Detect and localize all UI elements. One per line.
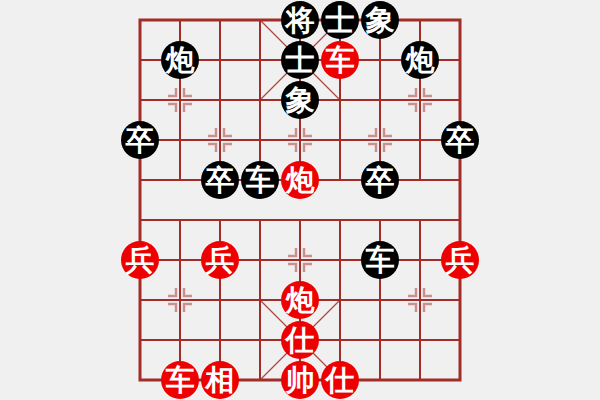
piece-red-chariot[interactable]: 车 bbox=[161, 361, 199, 399]
piece-black-elephant[interactable]: 象 bbox=[281, 81, 319, 119]
xiangqi-board-grid[interactable]: 将士象炮士车炮象卒卒卒车炮卒兵兵车兵炮仕车相帅仕 bbox=[120, 0, 480, 400]
piece-red-elephant[interactable]: 相 bbox=[201, 361, 239, 399]
piece-black-advisor[interactable]: 士 bbox=[321, 1, 359, 39]
piece-red-advisor[interactable]: 仕 bbox=[281, 321, 319, 359]
piece-black-elephant[interactable]: 象 bbox=[361, 1, 399, 39]
piece-black-chariot[interactable]: 车 bbox=[361, 241, 399, 279]
piece-black-cannon[interactable]: 炮 bbox=[401, 41, 439, 79]
piece-black-general[interactable]: 将 bbox=[281, 1, 319, 39]
piece-black-soldier[interactable]: 卒 bbox=[361, 161, 399, 199]
piece-red-soldier[interactable]: 兵 bbox=[201, 241, 239, 279]
piece-red-soldier[interactable]: 兵 bbox=[121, 241, 159, 279]
piece-red-soldier[interactable]: 兵 bbox=[441, 241, 479, 279]
piece-black-advisor[interactable]: 士 bbox=[281, 41, 319, 79]
piece-black-chariot[interactable]: 车 bbox=[241, 161, 279, 199]
piece-red-chariot[interactable]: 车 bbox=[321, 41, 359, 79]
piece-red-advisor[interactable]: 仕 bbox=[321, 361, 359, 399]
piece-black-soldier[interactable]: 卒 bbox=[121, 121, 159, 159]
piece-black-soldier[interactable]: 卒 bbox=[441, 121, 479, 159]
piece-black-cannon[interactable]: 炮 bbox=[161, 41, 199, 79]
xiangqi-board: 将士象炮士车炮象卒卒卒车炮卒兵兵车兵炮仕车相帅仕 bbox=[0, 0, 600, 400]
piece-red-general[interactable]: 帅 bbox=[281, 361, 319, 399]
piece-black-soldier[interactable]: 卒 bbox=[201, 161, 239, 199]
piece-red-cannon[interactable]: 炮 bbox=[281, 161, 319, 199]
piece-red-cannon[interactable]: 炮 bbox=[281, 281, 319, 319]
